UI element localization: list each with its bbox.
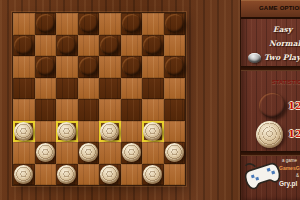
square-a6[interactable] bbox=[13, 56, 35, 78]
sidebar: GAME OPTIONS Easy Normal Two Players STA… bbox=[240, 0, 300, 200]
menu-item-normal[interactable]: Normal bbox=[269, 39, 300, 48]
square-a7[interactable] bbox=[13, 35, 35, 57]
square-b5[interactable] bbox=[35, 78, 57, 100]
branding-ampersand: & bbox=[296, 174, 300, 179]
square-g4[interactable] bbox=[142, 99, 164, 121]
square-h2[interactable] bbox=[164, 142, 186, 164]
square-a2[interactable] bbox=[13, 142, 35, 164]
square-c5[interactable] bbox=[56, 78, 78, 100]
square-f5[interactable] bbox=[121, 78, 143, 100]
square-c8[interactable] bbox=[56, 13, 78, 35]
square-g7[interactable] bbox=[142, 35, 164, 57]
square-d2[interactable] bbox=[78, 142, 100, 164]
square-d4[interactable] bbox=[78, 99, 100, 121]
square-f2[interactable] bbox=[121, 142, 143, 164]
square-h1[interactable] bbox=[164, 164, 186, 186]
square-h8[interactable] bbox=[164, 13, 186, 35]
square-g1[interactable] bbox=[142, 164, 164, 186]
dark-checker-icon bbox=[259, 93, 285, 118]
dark-checker[interactable] bbox=[122, 14, 141, 33]
branding-line-1: a game bbox=[282, 159, 300, 164]
square-g5[interactable] bbox=[142, 78, 164, 100]
statistics-title: STATISTICS bbox=[272, 79, 300, 85]
square-g8[interactable] bbox=[142, 13, 164, 35]
square-b8[interactable] bbox=[35, 13, 57, 35]
dark-checker[interactable] bbox=[36, 14, 55, 33]
square-e2[interactable] bbox=[99, 142, 121, 164]
checker-piece-icon bbox=[248, 53, 261, 63]
branding-line-2: GamesGames.com bbox=[279, 166, 300, 171]
square-d3[interactable] bbox=[78, 121, 100, 143]
square-f1[interactable] bbox=[121, 164, 143, 186]
branding-line-3: Gry.pl bbox=[279, 181, 300, 188]
square-h5[interactable] bbox=[164, 78, 186, 100]
square-a3[interactable] bbox=[13, 121, 35, 143]
menu-item-two-players[interactable]: Two Players bbox=[264, 53, 300, 62]
square-a8[interactable] bbox=[13, 13, 35, 35]
square-g6[interactable] bbox=[142, 56, 164, 78]
square-b6[interactable] bbox=[35, 56, 57, 78]
square-f6[interactable] bbox=[121, 56, 143, 78]
square-c4[interactable] bbox=[56, 99, 78, 121]
square-c2[interactable] bbox=[56, 142, 78, 164]
light-checker[interactable] bbox=[165, 143, 184, 162]
square-a4[interactable] bbox=[13, 99, 35, 121]
square-f4[interactable] bbox=[121, 99, 143, 121]
dark-checker[interactable] bbox=[79, 14, 98, 33]
game-options-header: GAME OPTIONS bbox=[241, 0, 300, 19]
light-checker[interactable] bbox=[14, 122, 33, 141]
light-checker[interactable] bbox=[36, 143, 55, 162]
square-e6[interactable] bbox=[99, 56, 121, 78]
square-e1[interactable] bbox=[99, 164, 121, 186]
square-b1[interactable] bbox=[35, 164, 57, 186]
square-d8[interactable] bbox=[78, 13, 100, 35]
board bbox=[13, 13, 185, 185]
square-e3[interactable] bbox=[99, 121, 121, 143]
dark-checker[interactable] bbox=[165, 14, 184, 33]
light-checker[interactable] bbox=[57, 165, 76, 184]
square-c7[interactable] bbox=[56, 35, 78, 57]
square-e5[interactable] bbox=[99, 78, 121, 100]
dark-checker[interactable] bbox=[143, 36, 162, 55]
square-d5[interactable] bbox=[78, 78, 100, 100]
square-d1[interactable] bbox=[78, 164, 100, 186]
light-checker[interactable] bbox=[100, 165, 119, 184]
checkers-game-window: GAME OPTIONS Easy Normal Two Players STA… bbox=[0, 0, 300, 200]
light-checker[interactable] bbox=[122, 143, 141, 162]
square-e8[interactable] bbox=[99, 13, 121, 35]
square-b4[interactable] bbox=[35, 99, 57, 121]
square-c6[interactable] bbox=[56, 56, 78, 78]
light-checker[interactable] bbox=[143, 165, 162, 184]
light-checker[interactable] bbox=[143, 122, 162, 141]
dark-checker[interactable] bbox=[100, 36, 119, 55]
dark-checker[interactable] bbox=[122, 57, 141, 76]
light-checker-icon bbox=[256, 121, 283, 148]
square-c1[interactable] bbox=[56, 164, 78, 186]
divider bbox=[241, 66, 300, 71]
dark-checker[interactable] bbox=[57, 36, 76, 55]
square-b2[interactable] bbox=[35, 142, 57, 164]
square-f8[interactable] bbox=[121, 13, 143, 35]
square-b7[interactable] bbox=[35, 35, 57, 57]
square-h6[interactable] bbox=[164, 56, 186, 78]
light-piece-count: 12 bbox=[288, 128, 300, 139]
square-h4[interactable] bbox=[164, 99, 186, 121]
square-d7[interactable] bbox=[78, 35, 100, 57]
game-options-title: GAME OPTIONS bbox=[259, 5, 300, 11]
light-checker[interactable] bbox=[57, 122, 76, 141]
light-checker[interactable] bbox=[14, 165, 33, 184]
square-e7[interactable] bbox=[99, 35, 121, 57]
dark-checker[interactable] bbox=[36, 57, 55, 76]
square-d6[interactable] bbox=[78, 56, 100, 78]
square-a5[interactable] bbox=[13, 78, 35, 100]
dark-piece-count: 12 bbox=[288, 100, 300, 111]
square-f7[interactable] bbox=[121, 35, 143, 57]
square-h7[interactable] bbox=[164, 35, 186, 57]
dark-checker[interactable] bbox=[165, 57, 184, 76]
square-a1[interactable] bbox=[13, 164, 35, 186]
dark-checker[interactable] bbox=[79, 57, 98, 76]
square-g3[interactable] bbox=[142, 121, 164, 143]
menu-item-easy[interactable]: Easy bbox=[273, 25, 292, 34]
square-c3[interactable] bbox=[56, 121, 78, 143]
light-checker[interactable] bbox=[100, 122, 119, 141]
square-g2[interactable] bbox=[142, 142, 164, 164]
light-checker[interactable] bbox=[79, 143, 98, 162]
square-h3[interactable] bbox=[164, 121, 186, 143]
branding-links[interactable]: a game GamesGames.com & Gry.pl bbox=[279, 159, 300, 187]
square-f3[interactable] bbox=[121, 121, 143, 143]
square-b3[interactable] bbox=[35, 121, 57, 143]
square-e4[interactable] bbox=[99, 99, 121, 121]
dark-checker[interactable] bbox=[14, 36, 33, 55]
